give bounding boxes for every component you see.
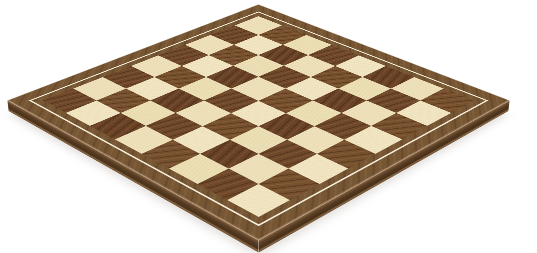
square-g4 [287,126,344,154]
square-e1 [141,140,200,169]
square-h5 [345,126,402,154]
product-photo-canvas [0,0,537,253]
square-f3 [230,126,287,154]
square-g5 [315,113,371,140]
square-h6 [371,113,427,140]
square-h3 [289,154,349,184]
square-c2 [121,101,176,126]
square-e4 [231,101,286,126]
square-f2 [200,140,259,169]
square-d2 [146,113,202,140]
square-d1 [115,126,172,154]
playing-field [43,16,474,217]
square-h2 [259,168,320,200]
square-e3 [202,113,258,140]
square-f5 [286,101,341,126]
chessboard [7,5,509,241]
square-d3 [176,101,231,126]
square-g2 [229,154,289,184]
square-h4 [317,140,376,169]
square-g3 [259,140,318,169]
square-h1 [227,184,290,217]
square-c1 [90,113,146,140]
square-g1 [197,168,258,200]
square-h7 [396,101,451,126]
board-top-face [7,5,509,241]
square-f1 [169,154,229,184]
square-f4 [259,113,315,140]
square-e2 [173,126,230,154]
square-b1 [66,101,121,126]
board-3d-scene [0,0,537,253]
square-g6 [341,101,396,126]
